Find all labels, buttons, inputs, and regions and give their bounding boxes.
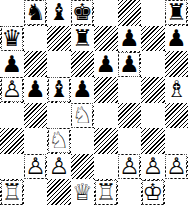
square-d1[interactable]: ♕ (71, 179, 95, 205)
square-h4[interactable] (165, 103, 189, 129)
square-h3[interactable] (165, 128, 189, 154)
square-b6[interactable] (24, 51, 48, 77)
piece-black-pawn: ♟ (1, 53, 22, 76)
piece-halo: ♝ (49, 1, 69, 24)
square-b7[interactable] (24, 26, 48, 52)
square-b5[interactable]: ♟ (24, 77, 48, 103)
square-c7[interactable] (47, 26, 71, 52)
square-a8[interactable] (0, 0, 24, 26)
square-b8[interactable]: ♞ (24, 0, 48, 26)
piece-white-bishop: ♗ (166, 78, 187, 101)
piece-halo: ♛ (2, 27, 22, 50)
piece-halo: ♖ (2, 181, 22, 204)
square-e6[interactable]: ♟ (94, 51, 118, 77)
square-e8[interactable] (94, 0, 118, 26)
piece-black-pawn: ♟ (72, 78, 93, 101)
square-d4[interactable]: ♘ (71, 103, 95, 129)
square-g6[interactable] (141, 51, 165, 77)
square-c3[interactable]: ♘ (47, 128, 71, 154)
square-d5[interactable]: ♟ (71, 77, 95, 103)
square-h5[interactable]: ♗ (165, 77, 189, 103)
piece-white-pawn: ♙ (1, 78, 22, 101)
piece-halo: ♟ (2, 53, 22, 76)
piece-white-knight: ♘ (48, 129, 69, 152)
piece-black-king: ♚ (72, 1, 93, 24)
square-e2[interactable] (94, 154, 118, 180)
piece-black-knight: ♞ (25, 1, 46, 24)
square-b3[interactable] (24, 128, 48, 154)
piece-halo: ♙ (2, 78, 22, 101)
piece-halo: ♗ (166, 78, 186, 101)
square-f2[interactable]: ♙ (118, 154, 142, 180)
piece-halo: ♚ (72, 1, 92, 24)
piece-black-queen: ♛ (1, 27, 22, 50)
piece-white-rook: ♖ (1, 181, 22, 204)
piece-black-bishop: ♝ (48, 1, 69, 24)
square-f6[interactable]: ♟ (118, 51, 142, 77)
piece-halo: ♟ (166, 27, 186, 50)
square-e4[interactable] (94, 103, 118, 129)
square-g4[interactable] (141, 103, 165, 129)
square-f7[interactable]: ♟ (118, 26, 142, 52)
square-e3[interactable] (94, 128, 118, 154)
piece-black-rook: ♜ (166, 1, 187, 24)
square-f3[interactable] (118, 128, 142, 154)
square-c5[interactable]: ♝ (47, 77, 71, 103)
square-e1[interactable]: ♖ (94, 179, 118, 205)
square-e5[interactable] (94, 77, 118, 103)
piece-halo: ♙ (49, 155, 69, 178)
piece-halo: ♕ (72, 181, 92, 204)
piece-white-pawn: ♙ (119, 155, 140, 178)
square-g3[interactable] (141, 128, 165, 154)
square-c4[interactable] (47, 103, 71, 129)
piece-halo: ♝ (49, 78, 69, 101)
square-d2[interactable] (71, 154, 95, 180)
square-a5[interactable]: ♙ (0, 77, 24, 103)
piece-halo: ♙ (119, 155, 139, 178)
square-d8[interactable]: ♚ (71, 0, 95, 26)
square-g1[interactable]: ♔ (141, 179, 165, 205)
piece-halo: ♞ (25, 1, 45, 24)
piece-black-bishop: ♝ (48, 78, 69, 101)
piece-black-pawn: ♟ (95, 53, 116, 76)
piece-halo: ♟ (72, 78, 92, 101)
square-a1[interactable]: ♖ (0, 179, 24, 205)
square-h1[interactable] (165, 179, 189, 205)
square-c8[interactable]: ♝ (47, 0, 71, 26)
square-f5[interactable] (118, 77, 142, 103)
piece-halo: ♟ (96, 53, 116, 76)
piece-halo: ♟ (25, 78, 45, 101)
piece-white-pawn: ♙ (166, 155, 187, 178)
chess-board: ♞♝♚♜♛♜♟♟♟♟♟♙♟♝♟♗♘♘♙♙♙♙♙♖♕♖♔ (0, 0, 188, 205)
square-h2[interactable]: ♙ (165, 154, 189, 180)
square-h6[interactable] (165, 51, 189, 77)
piece-black-pawn: ♟ (119, 53, 140, 76)
piece-white-king: ♔ (142, 181, 163, 204)
piece-halo: ♘ (49, 129, 69, 152)
square-b1[interactable] (24, 179, 48, 205)
square-g7[interactable] (141, 26, 165, 52)
square-d7[interactable]: ♜ (71, 26, 95, 52)
piece-black-pawn: ♟ (166, 27, 187, 50)
piece-white-rook: ♖ (95, 181, 116, 204)
square-b2[interactable]: ♙ (24, 154, 48, 180)
square-a6[interactable]: ♟ (0, 51, 24, 77)
piece-white-pawn: ♙ (48, 155, 69, 178)
piece-black-pawn: ♟ (119, 27, 140, 50)
square-a4[interactable] (0, 103, 24, 129)
piece-halo: ♜ (72, 27, 92, 50)
square-c6[interactable] (47, 51, 71, 77)
square-a2[interactable] (0, 154, 24, 180)
square-e7[interactable] (94, 26, 118, 52)
square-d6[interactable] (71, 51, 95, 77)
piece-halo: ♟ (119, 27, 139, 50)
piece-halo: ♘ (72, 104, 92, 127)
piece-halo: ♔ (143, 181, 163, 204)
piece-white-queen: ♕ (72, 181, 93, 204)
square-f8[interactable] (118, 0, 142, 26)
square-a3[interactable] (0, 128, 24, 154)
piece-halo: ♙ (166, 155, 186, 178)
square-c2[interactable]: ♙ (47, 154, 71, 180)
square-d3[interactable] (71, 128, 95, 154)
square-f1[interactable] (118, 179, 142, 205)
square-c1[interactable] (47, 179, 71, 205)
piece-white-pawn: ♙ (25, 155, 46, 178)
piece-halo: ♖ (96, 181, 116, 204)
piece-halo: ♙ (25, 155, 45, 178)
piece-white-knight: ♘ (72, 104, 93, 127)
square-h7[interactable]: ♟ (165, 26, 189, 52)
square-g5[interactable] (141, 77, 165, 103)
piece-halo: ♟ (119, 53, 139, 76)
piece-halo: ♙ (143, 155, 163, 178)
square-h8[interactable]: ♜ (165, 0, 189, 26)
square-a7[interactable]: ♛ (0, 26, 24, 52)
piece-black-rook: ♜ (72, 27, 93, 50)
square-g2[interactable]: ♙ (141, 154, 165, 180)
square-f4[interactable] (118, 103, 142, 129)
piece-black-pawn: ♟ (25, 78, 46, 101)
square-g8[interactable] (141, 0, 165, 26)
square-b4[interactable] (24, 103, 48, 129)
piece-white-pawn: ♙ (142, 155, 163, 178)
piece-halo: ♜ (166, 1, 186, 24)
